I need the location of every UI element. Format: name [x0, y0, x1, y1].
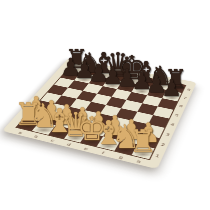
board-perspective-wrapper: abcdefgh 87654321 [2, 58, 197, 169]
chess-mat: abcdefgh 87654321 [2, 58, 197, 169]
product-photo-scene: abcdefgh 87654321 ♜♞♝♛♚♝♞♜♟♟♟♟♟♟♟♟♟♟♟♟♟♟… [0, 0, 210, 210]
